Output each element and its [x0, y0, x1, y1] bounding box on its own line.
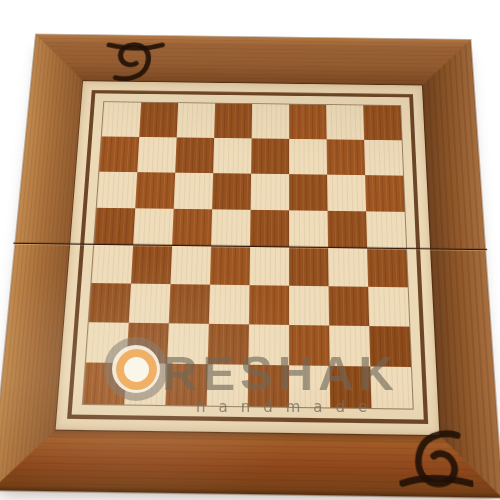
square-b1 [124, 363, 167, 405]
square-a7 [99, 136, 139, 172]
square-e6 [251, 174, 290, 211]
board-border-inner-margin [72, 93, 424, 419]
chess-board [0, 34, 500, 497]
square-g2 [329, 326, 370, 367]
square-f5 [289, 210, 328, 248]
square-c2 [167, 323, 209, 364]
square-e2 [248, 324, 289, 365]
square-d5 [211, 209, 251, 247]
square-d4 [210, 246, 250, 285]
square-c5 [172, 209, 212, 247]
engraved-swirl-logo-icon-bottom-right [398, 429, 474, 492]
square-e5 [250, 210, 289, 248]
square-g7 [327, 139, 365, 175]
square-g8 [326, 105, 364, 140]
square-e7 [251, 138, 289, 174]
square-e3 [249, 285, 289, 325]
square-d6 [212, 173, 251, 210]
square-h2 [369, 326, 411, 367]
square-f3 [289, 286, 329, 326]
square-g3 [329, 286, 370, 326]
square-h1 [370, 366, 412, 408]
square-f6 [289, 174, 327, 211]
square-b7 [137, 137, 176, 173]
square-c8 [177, 103, 215, 138]
square-f1 [289, 365, 330, 407]
square-f2 [289, 325, 330, 366]
square-c7 [175, 137, 214, 173]
square-f4 [289, 248, 329, 287]
square-g6 [327, 175, 366, 212]
square-h4 [367, 249, 408, 288]
board-border-light-strip [56, 81, 440, 435]
square-a3 [89, 283, 131, 323]
square-d1 [206, 364, 248, 406]
square-a5 [94, 208, 135, 246]
square-c3 [169, 284, 210, 324]
board-border-walnut-line [67, 90, 428, 424]
square-d7 [213, 138, 251, 174]
square-b6 [135, 172, 175, 209]
square-d8 [214, 104, 252, 139]
square-a6 [97, 172, 137, 209]
square-b8 [139, 103, 178, 138]
board-frame-top [31, 34, 473, 86]
square-b2 [126, 323, 168, 364]
square-g5 [328, 211, 368, 249]
square-c1 [165, 364, 207, 406]
square-c4 [170, 246, 211, 285]
square-a2 [86, 322, 129, 363]
square-h7 [364, 140, 403, 176]
square-b4 [131, 245, 172, 284]
square-e4 [249, 247, 289, 286]
square-h6 [365, 175, 405, 212]
square-f8 [289, 105, 327, 140]
photo-canvas: RESHAK handmade [0, 0, 500, 500]
square-b5 [133, 208, 174, 246]
square-a1 [83, 362, 126, 404]
square-a8 [102, 102, 141, 137]
squares-grid [82, 101, 414, 409]
square-g1 [330, 366, 372, 408]
engraved-swirl-logo-icon-top-left [103, 40, 167, 81]
square-g4 [328, 248, 368, 287]
square-e8 [252, 104, 290, 139]
square-h5 [366, 211, 406, 249]
square-a4 [91, 245, 133, 284]
square-d2 [208, 324, 249, 365]
square-b3 [129, 284, 171, 324]
square-h3 [368, 287, 409, 327]
square-e1 [248, 365, 289, 407]
square-c6 [174, 173, 213, 210]
square-h8 [363, 105, 401, 140]
square-f7 [289, 139, 327, 175]
square-d3 [209, 285, 250, 325]
